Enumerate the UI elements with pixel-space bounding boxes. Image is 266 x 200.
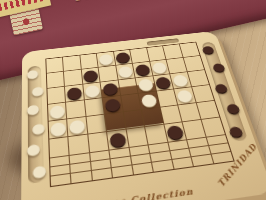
tray-white-piece[interactable]: ● bbox=[32, 163, 47, 180]
board-cell-r9c8[interactable] bbox=[192, 155, 214, 167]
black-piece[interactable]: ● bbox=[108, 129, 128, 149]
board-cell-r5c2[interactable]: ● bbox=[68, 117, 89, 137]
board-cell-r9c6[interactable] bbox=[152, 160, 174, 172]
board-cell-r9c9[interactable] bbox=[211, 152, 233, 163]
white-piece[interactable]: ● bbox=[68, 116, 87, 135]
tray-black-piece[interactable]: ● bbox=[224, 101, 241, 115]
white-piece[interactable]: ● bbox=[49, 119, 67, 138]
tray-black-piece[interactable]: ● bbox=[200, 44, 215, 55]
photo-scene: TRINIDAD ●●●●●● ●●●●● ●●●●●●●●●●●●●●●●●●… bbox=[0, 0, 266, 200]
tray-black-piece[interactable]: ● bbox=[213, 81, 229, 94]
game-board: ●●●●●● ●●●●● ●●●●●●●●●●●●●●●●●●●● The Ga… bbox=[21, 31, 266, 200]
board-cell-r3c2[interactable]: ● bbox=[65, 84, 84, 102]
playing-area: ●●●●●●●●●●●●●●●●●●●● bbox=[45, 42, 234, 188]
board-perspective-wrap: ●●●●●● ●●●●● ●●●●●●●●●●●●●●●●●●●● The Ga… bbox=[12, 16, 252, 200]
black-piece[interactable]: ● bbox=[153, 74, 172, 90]
white-piece[interactable]: ● bbox=[97, 51, 114, 66]
black-piece[interactable]: ● bbox=[66, 84, 83, 101]
tray-white-piece[interactable]: ● bbox=[32, 121, 46, 136]
tray-white-piece[interactable]: ● bbox=[26, 142, 40, 158]
board-cell-r1c4[interactable]: ● bbox=[97, 52, 116, 68]
board-cell-r3c3[interactable]: ● bbox=[83, 82, 103, 100]
board-cell-r4c4[interactable]: ● bbox=[103, 96, 124, 115]
board-cell-r9c5[interactable] bbox=[132, 163, 154, 175]
board-cell-r9c7[interactable] bbox=[172, 157, 194, 169]
board-grid: ●●●●●●●●●●●●●●●●●●●● bbox=[45, 42, 234, 188]
white-piece[interactable]: ● bbox=[139, 91, 158, 108]
board-cell-r9c1[interactable] bbox=[51, 174, 72, 186]
left-piece-tray: ●●●●●● bbox=[28, 66, 44, 184]
black-piece[interactable]: ● bbox=[103, 95, 122, 113]
tray-white-piece[interactable]: ● bbox=[31, 84, 44, 97]
box-title: TRINIDAD bbox=[71, 0, 162, 5]
white-piece[interactable]: ● bbox=[174, 87, 194, 104]
white-piece[interactable]: ● bbox=[116, 63, 134, 79]
board-edge-collection-text: The Games Collection bbox=[54, 185, 198, 200]
tray-black-piece[interactable]: ● bbox=[227, 124, 245, 139]
white-piece[interactable]: ● bbox=[84, 82, 102, 99]
black-piece[interactable]: ● bbox=[164, 122, 185, 141]
board-cell-r9c2[interactable] bbox=[71, 171, 92, 183]
tray-black-piece[interactable]: ● bbox=[211, 61, 227, 73]
board-cell-r9c3[interactable] bbox=[92, 168, 114, 180]
board-cell-r9c4[interactable] bbox=[112, 165, 134, 177]
tray-white-piece[interactable]: ● bbox=[26, 103, 39, 117]
tray-white-piece[interactable]: ● bbox=[26, 68, 39, 81]
